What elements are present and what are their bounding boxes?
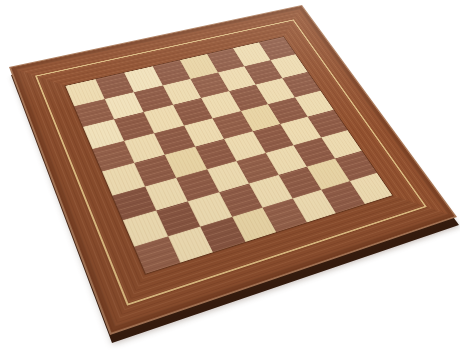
chess-board (9, 5, 457, 335)
product-photo (0, 0, 460, 350)
